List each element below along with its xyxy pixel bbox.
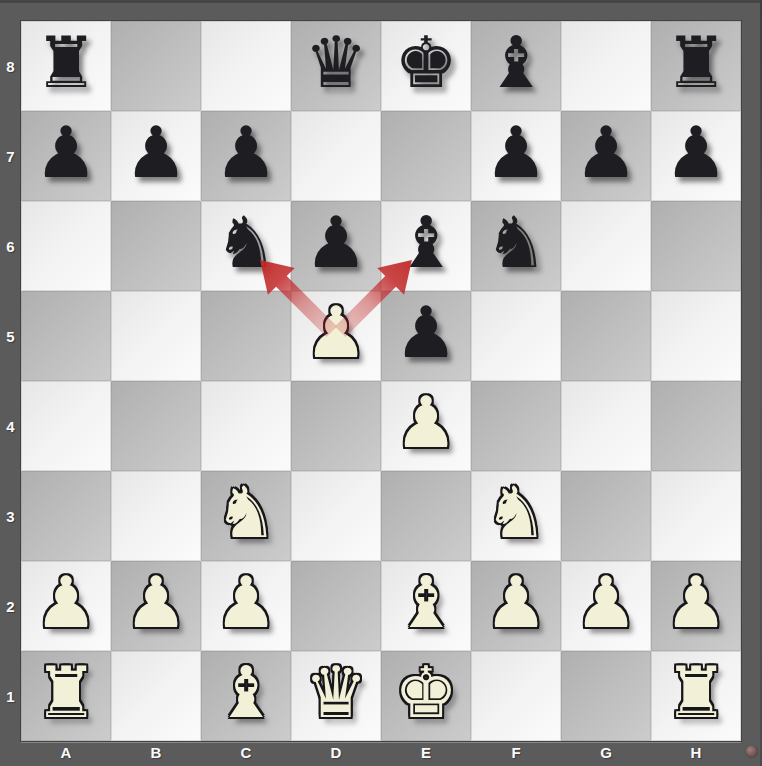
- square-c1[interactable]: ♝: [201, 651, 291, 741]
- black-rook-h8: ♜: [664, 18, 728, 108]
- square-c3[interactable]: ♞: [201, 471, 291, 561]
- square-c6[interactable]: ♞: [201, 201, 291, 291]
- rank-label-6: 6: [0, 201, 21, 291]
- white-pawn-f2: ♟: [484, 558, 548, 648]
- square-e5[interactable]: ♟: [381, 291, 471, 381]
- black-rook-a8: ♜: [34, 18, 98, 108]
- rank-label-1: 1: [0, 651, 21, 741]
- black-pawn-g7: ♟: [574, 108, 638, 198]
- white-king-e1: ♚: [394, 648, 458, 738]
- square-d2[interactable]: [291, 561, 381, 651]
- square-h2[interactable]: ♟: [651, 561, 741, 651]
- black-pawn-b7: ♟: [124, 108, 188, 198]
- rank-label-7: 7: [0, 111, 21, 201]
- square-c8[interactable]: [201, 21, 291, 111]
- file-label-a: A: [21, 741, 111, 766]
- frame-top-edge: [0, 0, 762, 3]
- square-b6[interactable]: [111, 201, 201, 291]
- square-c4[interactable]: [201, 381, 291, 471]
- rank-labels: 87654321: [0, 21, 21, 741]
- white-knight-c3: ♞: [214, 468, 278, 558]
- square-d8[interactable]: ♛: [291, 21, 381, 111]
- square-c5[interactable]: [201, 291, 291, 381]
- square-a7[interactable]: ♟: [21, 111, 111, 201]
- square-f7[interactable]: ♟: [471, 111, 561, 201]
- square-d4[interactable]: [291, 381, 381, 471]
- file-label-h: H: [651, 741, 741, 766]
- white-queen-d1: ♛: [304, 648, 368, 738]
- black-pawn-d6: ♟: [304, 198, 368, 288]
- square-e4[interactable]: ♟: [381, 381, 471, 471]
- file-labels: ABCDEFGH: [21, 741, 741, 766]
- white-pawn-e4: ♟: [394, 378, 458, 468]
- corner-indicator-dot: [745, 745, 758, 758]
- file-label-f: F: [471, 741, 561, 766]
- white-rook-a1: ♜: [34, 648, 98, 738]
- square-f3[interactable]: ♞: [471, 471, 561, 561]
- square-b2[interactable]: ♟: [111, 561, 201, 651]
- square-d3[interactable]: [291, 471, 381, 561]
- square-g1[interactable]: [561, 651, 651, 741]
- rank-label-5: 5: [0, 291, 21, 381]
- board: ♜♛♚♝♜♟♟♟♟♟♟♞♟♝♞♟♟♟♞♞♟♟♟♝♟♟♟♜♝♛♚♜: [21, 21, 741, 741]
- square-g2[interactable]: ♟: [561, 561, 651, 651]
- square-b5[interactable]: [111, 291, 201, 381]
- square-h1[interactable]: ♜: [651, 651, 741, 741]
- square-h7[interactable]: ♟: [651, 111, 741, 201]
- square-h8[interactable]: ♜: [651, 21, 741, 111]
- square-g8[interactable]: [561, 21, 651, 111]
- square-a4[interactable]: [21, 381, 111, 471]
- black-bishop-f8: ♝: [484, 18, 548, 108]
- square-e6[interactable]: ♝: [381, 201, 471, 291]
- white-knight-f3: ♞: [484, 468, 548, 558]
- white-pawn-d5: ♟: [304, 288, 368, 378]
- square-h3[interactable]: [651, 471, 741, 561]
- square-b1[interactable]: [111, 651, 201, 741]
- square-e3[interactable]: [381, 471, 471, 561]
- square-a6[interactable]: [21, 201, 111, 291]
- rank-label-8: 8: [0, 21, 21, 111]
- white-pawn-b2: ♟: [124, 558, 188, 648]
- square-d5[interactable]: ♟: [291, 291, 381, 381]
- file-label-c: C: [201, 741, 291, 766]
- square-g3[interactable]: [561, 471, 651, 561]
- file-label-e: E: [381, 741, 471, 766]
- file-label-d: D: [291, 741, 381, 766]
- file-label-b: B: [111, 741, 201, 766]
- square-d1[interactable]: ♛: [291, 651, 381, 741]
- square-d7[interactable]: [291, 111, 381, 201]
- square-e8[interactable]: ♚: [381, 21, 471, 111]
- square-a1[interactable]: ♜: [21, 651, 111, 741]
- square-a8[interactable]: ♜: [21, 21, 111, 111]
- square-b3[interactable]: [111, 471, 201, 561]
- square-d6[interactable]: ♟: [291, 201, 381, 291]
- white-bishop-c1: ♝: [214, 648, 278, 738]
- square-h6[interactable]: [651, 201, 741, 291]
- square-a3[interactable]: [21, 471, 111, 561]
- rank-label-4: 4: [0, 381, 21, 471]
- black-queen-d8: ♛: [304, 18, 368, 108]
- square-c2[interactable]: ♟: [201, 561, 291, 651]
- chess-board-widget: 87654321 ♜♛♚♝♜♟♟♟♟♟♟♞♟♝♞♟♟♟♞♞♟♟♟♝♟♟♟♜♝♛♚…: [0, 0, 762, 766]
- square-f1[interactable]: [471, 651, 561, 741]
- square-a2[interactable]: ♟: [21, 561, 111, 651]
- square-f8[interactable]: ♝: [471, 21, 561, 111]
- white-pawn-a2: ♟: [34, 558, 98, 648]
- black-knight-f6: ♞: [484, 198, 548, 288]
- black-bishop-e6: ♝: [394, 198, 458, 288]
- black-knight-c6: ♞: [214, 198, 278, 288]
- square-g4[interactable]: [561, 381, 651, 471]
- square-a5[interactable]: [21, 291, 111, 381]
- square-h5[interactable]: [651, 291, 741, 381]
- square-f6[interactable]: ♞: [471, 201, 561, 291]
- black-pawn-f7: ♟: [484, 108, 548, 198]
- black-pawn-a7: ♟: [34, 108, 98, 198]
- square-e2[interactable]: ♝: [381, 561, 471, 651]
- square-b7[interactable]: ♟: [111, 111, 201, 201]
- square-b8[interactable]: [111, 21, 201, 111]
- square-e1[interactable]: ♚: [381, 651, 471, 741]
- white-pawn-c2: ♟: [214, 558, 278, 648]
- square-h4[interactable]: [651, 381, 741, 471]
- square-f5[interactable]: [471, 291, 561, 381]
- black-pawn-c7: ♟: [214, 108, 278, 198]
- square-g7[interactable]: ♟: [561, 111, 651, 201]
- square-b4[interactable]: [111, 381, 201, 471]
- file-label-g: G: [561, 741, 651, 766]
- white-pawn-g2: ♟: [574, 558, 638, 648]
- square-g6[interactable]: [561, 201, 651, 291]
- rank-label-3: 3: [0, 471, 21, 561]
- square-e7[interactable]: [381, 111, 471, 201]
- black-pawn-h7: ♟: [664, 108, 728, 198]
- white-pawn-h2: ♟: [664, 558, 728, 648]
- white-rook-h1: ♜: [664, 648, 728, 738]
- white-bishop-e2: ♝: [394, 558, 458, 648]
- black-pawn-e5: ♟: [394, 288, 458, 378]
- black-king-e8: ♚: [394, 18, 458, 108]
- square-g5[interactable]: [561, 291, 651, 381]
- square-f2[interactable]: ♟: [471, 561, 561, 651]
- rank-label-2: 2: [0, 561, 21, 651]
- square-c7[interactable]: ♟: [201, 111, 291, 201]
- square-f4[interactable]: [471, 381, 561, 471]
